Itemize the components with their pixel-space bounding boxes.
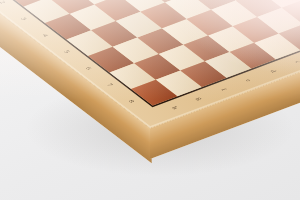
photo-scene: 12345678hgfedcba [0,0,300,200]
rank-label-7: 7 [101,80,119,90]
rank-label-8: 8 [122,96,140,106]
rank-label-5: 5 [58,47,76,57]
rank-label-3: 3 [15,14,33,24]
rank-label-2: 2 [0,0,11,7]
file-label-e: e [239,75,257,85]
file-label-h: h [165,103,183,113]
file-label-g: g [190,94,208,104]
rank-label-6: 6 [79,63,97,73]
file-label-c: c [288,57,300,67]
file-label-f: f [215,85,233,95]
file-label-d: d [264,66,282,76]
rank-label-4: 4 [36,30,54,40]
